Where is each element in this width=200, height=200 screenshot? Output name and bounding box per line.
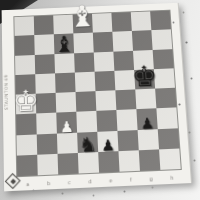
square-d4[interactable]	[76, 91, 97, 112]
square-d2[interactable]: ♞	[77, 131, 98, 152]
square-f7[interactable]	[112, 31, 133, 51]
file-label-g: g	[149, 175, 153, 181]
white-pawn-c3[interactable]: ♟	[60, 119, 74, 135]
file-label-b: b	[47, 180, 50, 186]
square-h3[interactable]	[156, 108, 177, 129]
square-h2[interactable]	[158, 128, 180, 149]
square-g5[interactable]: ♚	[134, 69, 155, 90]
square-c7[interactable]: ♝	[54, 34, 74, 54]
square-f2[interactable]	[117, 130, 138, 151]
square-e4[interactable]	[95, 90, 116, 111]
square-e2[interactable]: ♟	[97, 130, 118, 151]
chess-board-grid: ♝♝♚♚♟♟♞♟	[14, 11, 180, 177]
file-labels: abcdefgh	[17, 173, 182, 189]
black-king-g5[interactable]: ♚	[131, 62, 158, 91]
square-a6[interactable]	[15, 55, 35, 75]
square-b1[interactable]	[37, 154, 58, 176]
square-d8[interactable]: ♝	[73, 14, 93, 34]
black-pawn-g3[interactable]: ♟	[140, 116, 154, 132]
square-d6[interactable]	[74, 52, 95, 72]
square-b6[interactable]	[35, 54, 55, 74]
white-bishop-d8[interactable]: ♝	[68, 2, 96, 32]
square-a2[interactable]	[17, 134, 38, 155]
brand-emblem	[6, 174, 20, 188]
square-g1[interactable]	[139, 149, 161, 171]
file-label-e: e	[109, 177, 112, 183]
chess-board-sheet: ♝♝♚♚♟♟♞♟ abcdefgh STAUNTON 69	[2, 3, 192, 191]
square-b2[interactable]	[37, 133, 58, 154]
square-f8[interactable]	[111, 12, 131, 32]
square-e3[interactable]	[96, 110, 117, 131]
file-label-a: a	[26, 181, 29, 187]
square-a1[interactable]	[17, 154, 38, 176]
file-label-h: h	[170, 174, 174, 180]
black-pawn-e2[interactable]: ♟	[101, 138, 115, 154]
square-a4[interactable]: ♚	[16, 94, 36, 115]
square-d3[interactable]	[76, 111, 97, 132]
square-e5[interactable]	[95, 71, 116, 92]
square-d5[interactable]	[75, 71, 96, 92]
black-bishop-c7[interactable]: ♝	[53, 33, 74, 56]
square-d7[interactable]	[73, 33, 93, 53]
square-c3[interactable]: ♟	[56, 112, 77, 133]
square-g8[interactable]	[131, 11, 152, 31]
square-c4[interactable]	[56, 92, 77, 113]
square-g3[interactable]: ♟	[136, 109, 157, 130]
square-h7[interactable]	[151, 30, 172, 50]
square-b7[interactable]	[34, 34, 54, 54]
brand-text: STAUNTON 69	[4, 74, 10, 110]
square-a8[interactable]	[14, 16, 34, 36]
file-label-f: f	[130, 176, 132, 182]
square-b8[interactable]	[34, 16, 54, 36]
square-g7[interactable]	[132, 30, 153, 50]
board-photo: ♝♝♚♚♟♟♞♟ abcdefgh STAUNTON 69	[0, 0, 200, 200]
square-h8[interactable]	[150, 11, 171, 31]
square-f1[interactable]	[118, 150, 139, 172]
square-c1[interactable]	[58, 153, 79, 175]
square-e7[interactable]	[93, 32, 113, 52]
square-e6[interactable]	[94, 51, 115, 71]
square-c5[interactable]	[55, 72, 76, 93]
file-label-d: d	[88, 178, 92, 184]
square-a7[interactable]	[15, 35, 35, 55]
black-knight-d2[interactable]: ♞	[78, 134, 97, 155]
square-f3[interactable]	[116, 109, 137, 130]
file-label-c: c	[68, 179, 71, 185]
dust-speckles	[0, 0, 1, 1]
white-king-a4[interactable]: ♚	[13, 87, 40, 117]
square-h1[interactable]	[159, 148, 181, 170]
